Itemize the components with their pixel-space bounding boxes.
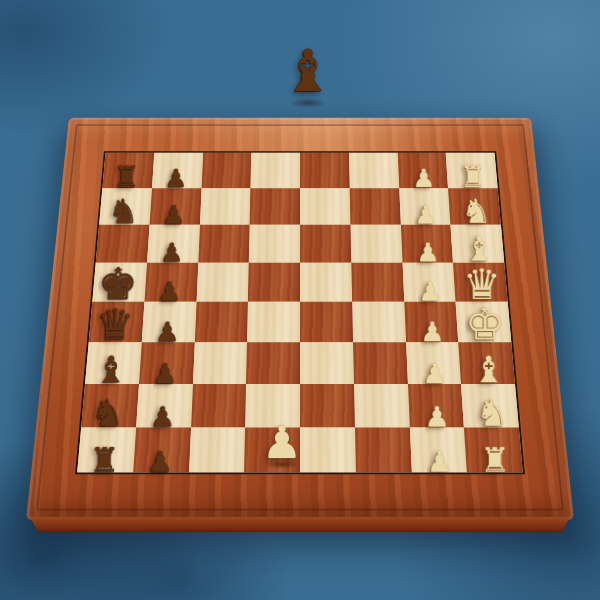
square-r8c2[interactable]: ♟ — [133, 427, 191, 472]
photo-background: { "game": "chess", "scene": { "descripti… — [0, 0, 600, 600]
square-r5c7[interactable]: ♟ — [404, 302, 459, 342]
square-r1c4[interactable] — [251, 153, 300, 188]
square-r7c3[interactable] — [191, 384, 247, 427]
square-r1c3[interactable] — [201, 153, 251, 188]
square-r2c4[interactable] — [250, 188, 300, 225]
black-bishop-glyph: ♝ — [278, 42, 338, 100]
black-pawn[interactable]: ♟ — [163, 202, 186, 228]
square-r3c3[interactable] — [198, 225, 250, 263]
displaced-black-bishop[interactable]: ♝ — [278, 42, 338, 100]
square-r6c3[interactable] — [193, 342, 248, 384]
square-r8c6[interactable] — [355, 427, 412, 472]
square-r3c7[interactable]: ♟ — [400, 225, 453, 263]
square-r3c4[interactable] — [249, 225, 300, 263]
square-r1c5[interactable] — [300, 153, 349, 188]
square-r8c7[interactable]: ♟ — [409, 427, 467, 472]
white-pawn[interactable]: ♟ — [424, 403, 449, 431]
white-rook[interactable]: ♜ — [480, 443, 510, 477]
black-rook[interactable]: ♜ — [113, 162, 140, 191]
black-rook[interactable]: ♜ — [89, 443, 119, 477]
white-knight[interactable]: ♞ — [461, 195, 492, 228]
square-r5c1[interactable]: ♛ — [89, 302, 145, 342]
square-r5c3[interactable] — [194, 302, 248, 342]
white-pawn[interactable]: ♟ — [414, 202, 437, 228]
black-bishop[interactable]: ♝ — [95, 352, 128, 388]
square-r5c4[interactable] — [247, 302, 300, 342]
square-r7c7[interactable]: ♟ — [407, 384, 464, 427]
white-rook[interactable]: ♜ — [460, 162, 487, 191]
square-r5c5[interactable] — [300, 302, 353, 342]
square-r7c6[interactable] — [354, 384, 410, 427]
white-pawn[interactable]: ♟ — [420, 319, 444, 346]
black-pawn[interactable]: ♟ — [165, 166, 188, 191]
square-r5c2[interactable]: ♟ — [142, 302, 197, 342]
square-r4c7[interactable]: ♟ — [402, 263, 456, 302]
black-pawn[interactable]: ♟ — [158, 279, 182, 306]
square-r5c6[interactable] — [352, 302, 406, 342]
black-knight[interactable]: ♞ — [109, 195, 140, 228]
square-r6c7[interactable]: ♟ — [406, 342, 462, 384]
black-pawn[interactable]: ♟ — [148, 448, 174, 477]
white-pawn[interactable]: ♟ — [427, 448, 453, 477]
white-knight[interactable]: ♞ — [475, 395, 508, 432]
square-r2c7[interactable]: ♟ — [399, 188, 451, 225]
square-r4c2[interactable]: ♟ — [144, 263, 198, 302]
square-r4c4[interactable] — [248, 263, 300, 302]
square-r2c5[interactable] — [300, 188, 350, 225]
square-r2c1[interactable]: ♞ — [99, 188, 152, 225]
square-r6c2[interactable]: ♟ — [139, 342, 195, 384]
square-r3c8[interactable]: ♝ — [451, 225, 505, 263]
square-r2c6[interactable] — [349, 188, 400, 225]
black-pawn[interactable]: ♟ — [153, 360, 178, 388]
displaced-white-pawn[interactable]: ♟ — [255, 420, 309, 465]
black-queen[interactable]: ♛ — [95, 303, 134, 346]
square-r7c2[interactable]: ♟ — [136, 384, 193, 427]
white-bishop[interactable]: ♝ — [472, 352, 505, 388]
white-pawn-glyph: ♟ — [255, 420, 309, 465]
square-r6c6[interactable] — [353, 342, 408, 384]
square-r3c5[interactable] — [300, 225, 351, 263]
square-r1c8[interactable]: ♜ — [446, 153, 498, 188]
square-r1c1[interactable]: ♜ — [102, 153, 154, 188]
square-r3c2[interactable]: ♟ — [147, 225, 200, 263]
square-r1c7[interactable]: ♟ — [397, 153, 448, 188]
white-pawn[interactable]: ♟ — [418, 279, 442, 306]
square-r2c2[interactable]: ♟ — [149, 188, 201, 225]
square-r5c8[interactable]: ♚ — [456, 302, 512, 342]
square-r2c3[interactable] — [200, 188, 251, 225]
white-pawn[interactable]: ♟ — [422, 360, 447, 388]
square-r4c5[interactable] — [300, 263, 352, 302]
square-r2c8[interactable]: ♞ — [448, 188, 501, 225]
square-r4c3[interactable] — [196, 263, 249, 302]
white-king[interactable]: ♚ — [465, 301, 506, 346]
board-front-edge — [30, 517, 570, 532]
white-pawn[interactable]: ♟ — [416, 240, 440, 266]
square-r4c1[interactable]: ♚ — [92, 263, 147, 302]
square-r8c3[interactable] — [189, 427, 246, 472]
square-r1c2[interactable]: ♟ — [152, 153, 203, 188]
square-r3c6[interactable] — [350, 225, 402, 263]
black-pawn[interactable]: ♟ — [150, 403, 175, 431]
white-pawn[interactable]: ♟ — [412, 166, 435, 191]
square-r6c5[interactable] — [300, 342, 354, 384]
square-r4c8[interactable]: ♛ — [453, 263, 508, 302]
square-r6c4[interactable] — [246, 342, 300, 384]
black-knight[interactable]: ♞ — [92, 395, 125, 432]
black-pawn[interactable]: ♟ — [155, 319, 179, 346]
black-pawn[interactable]: ♟ — [160, 240, 184, 266]
square-r4c6[interactable] — [351, 263, 404, 302]
square-r1c6[interactable] — [349, 153, 399, 188]
square-r6c8[interactable]: ♝ — [458, 342, 515, 384]
